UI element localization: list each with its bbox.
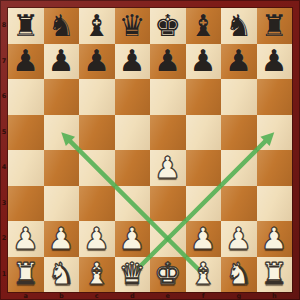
square-b4[interactable] (44, 150, 80, 186)
piece-white-pawn-e4[interactable]: ♟ (154, 153, 181, 183)
square-d6[interactable] (115, 79, 151, 115)
square-e3[interactable] (150, 186, 186, 222)
piece-black-bishop-c8[interactable]: ♝ (83, 11, 110, 41)
square-d3[interactable] (115, 186, 151, 222)
square-a7[interactable]: ♟ (8, 44, 44, 80)
square-c2[interactable]: ♟ (79, 221, 115, 257)
piece-black-knight-g8[interactable]: ♞ (225, 11, 252, 41)
rank-label: 6 (0, 79, 8, 115)
file-label: c (79, 292, 115, 300)
square-f2[interactable]: ♟ (186, 221, 222, 257)
piece-black-rook-h8[interactable]: ♜ (261, 11, 288, 41)
piece-black-pawn-c7[interactable]: ♟ (83, 46, 110, 76)
square-e5[interactable] (150, 115, 186, 151)
piece-white-bishop-c1[interactable]: ♝ (83, 259, 110, 289)
square-g8[interactable]: ♞ (221, 8, 257, 44)
square-g5[interactable] (221, 115, 257, 151)
square-g3[interactable] (221, 186, 257, 222)
square-g2[interactable]: ♟ (221, 221, 257, 257)
rank-label: 1 (0, 257, 8, 293)
square-d2[interactable]: ♟ (115, 221, 151, 257)
square-c4[interactable] (79, 150, 115, 186)
piece-white-knight-g1[interactable]: ♞ (225, 259, 252, 289)
square-h7[interactable]: ♟ (257, 44, 293, 80)
piece-white-pawn-d2[interactable]: ♟ (119, 224, 146, 254)
piece-black-rook-a8[interactable]: ♜ (12, 11, 39, 41)
piece-black-pawn-f7[interactable]: ♟ (190, 46, 217, 76)
file-label: d (115, 292, 151, 300)
piece-black-queen-d8[interactable]: ♛ (119, 11, 146, 41)
piece-white-pawn-b2[interactable]: ♟ (48, 224, 75, 254)
piece-white-rook-a1[interactable]: ♜ (12, 259, 39, 289)
square-a4[interactable] (8, 150, 44, 186)
square-a3[interactable] (8, 186, 44, 222)
rank-label: 4 (0, 150, 8, 186)
square-a8[interactable]: ♜ (8, 8, 44, 44)
square-c6[interactable] (79, 79, 115, 115)
square-h4[interactable] (257, 150, 293, 186)
square-g7[interactable]: ♟ (221, 44, 257, 80)
piece-white-pawn-h2[interactable]: ♟ (261, 224, 288, 254)
square-a5[interactable] (8, 115, 44, 151)
square-c1[interactable]: ♝ (79, 257, 115, 293)
square-f1[interactable]: ♝ (186, 257, 222, 293)
square-b2[interactable]: ♟ (44, 221, 80, 257)
square-g4[interactable] (221, 150, 257, 186)
square-a2[interactable]: ♟ (8, 221, 44, 257)
piece-white-pawn-g2[interactable]: ♟ (225, 224, 252, 254)
file-label: h (257, 292, 293, 300)
square-a1[interactable]: ♜ (8, 257, 44, 293)
chess-board-frame: ♜♞♝♛♚♝♞♜♟♟♟♟♟♟♟♟♟♟♟♟♟♟♟♟♜♞♝♛♚♝♞♜ 8765432… (0, 0, 300, 300)
piece-white-pawn-a2[interactable]: ♟ (12, 224, 39, 254)
piece-white-queen-d1[interactable]: ♛ (119, 259, 146, 289)
square-a6[interactable] (8, 79, 44, 115)
rank-label: 2 (0, 221, 8, 257)
square-b6[interactable] (44, 79, 80, 115)
square-c5[interactable] (79, 115, 115, 151)
square-h3[interactable] (257, 186, 293, 222)
square-f7[interactable]: ♟ (186, 44, 222, 80)
square-d1[interactable]: ♛ (115, 257, 151, 293)
piece-white-king-e1[interactable]: ♚ (154, 259, 181, 289)
square-e4[interactable]: ♟ (150, 150, 186, 186)
square-b8[interactable]: ♞ (44, 8, 80, 44)
square-f3[interactable] (186, 186, 222, 222)
piece-white-pawn-c2[interactable]: ♟ (83, 224, 110, 254)
piece-black-pawn-d7[interactable]: ♟ (119, 46, 146, 76)
square-d8[interactable]: ♛ (115, 8, 151, 44)
square-b5[interactable] (44, 115, 80, 151)
rank-label: 8 (0, 8, 8, 44)
square-f8[interactable]: ♝ (186, 8, 222, 44)
piece-black-king-e8[interactable]: ♚ (154, 11, 181, 41)
piece-white-bishop-f1[interactable]: ♝ (190, 259, 217, 289)
file-label: e (150, 292, 186, 300)
square-f6[interactable] (186, 79, 222, 115)
piece-black-pawn-e7[interactable]: ♟ (154, 46, 181, 76)
piece-black-knight-b8[interactable]: ♞ (48, 11, 75, 41)
square-d5[interactable] (115, 115, 151, 151)
file-label: g (221, 292, 257, 300)
square-d7[interactable]: ♟ (115, 44, 151, 80)
piece-black-pawn-h7[interactable]: ♟ (261, 46, 288, 76)
square-h6[interactable] (257, 79, 293, 115)
square-e2[interactable] (150, 221, 186, 257)
square-f5[interactable] (186, 115, 222, 151)
rank-label: 5 (0, 115, 8, 151)
piece-black-pawn-a7[interactable]: ♟ (12, 46, 39, 76)
square-h5[interactable] (257, 115, 293, 151)
square-e8[interactable]: ♚ (150, 8, 186, 44)
piece-black-pawn-b7[interactable]: ♟ (48, 46, 75, 76)
square-e1[interactable]: ♚ (150, 257, 186, 293)
square-h8[interactable]: ♜ (257, 8, 293, 44)
piece-black-bishop-f8[interactable]: ♝ (190, 11, 217, 41)
square-f4[interactable] (186, 150, 222, 186)
square-d4[interactable] (115, 150, 151, 186)
piece-white-knight-b1[interactable]: ♞ (48, 259, 75, 289)
square-g6[interactable] (221, 79, 257, 115)
square-g1[interactable]: ♞ (221, 257, 257, 293)
square-b1[interactable]: ♞ (44, 257, 80, 293)
square-c7[interactable]: ♟ (79, 44, 115, 80)
square-b3[interactable] (44, 186, 80, 222)
file-label: f (186, 292, 222, 300)
piece-white-pawn-f2[interactable]: ♟ (190, 224, 217, 254)
rank-label: 7 (0, 44, 8, 80)
chess-board: ♜♞♝♛♚♝♞♜♟♟♟♟♟♟♟♟♟♟♟♟♟♟♟♟♜♞♝♛♚♝♞♜ (8, 8, 292, 292)
square-e6[interactable] (150, 79, 186, 115)
square-c8[interactable]: ♝ (79, 8, 115, 44)
file-label: b (44, 292, 80, 300)
piece-white-rook-h1[interactable]: ♜ (261, 259, 288, 289)
square-h1[interactable]: ♜ (257, 257, 293, 293)
square-e7[interactable]: ♟ (150, 44, 186, 80)
square-h2[interactable]: ♟ (257, 221, 293, 257)
square-b7[interactable]: ♟ (44, 44, 80, 80)
piece-black-pawn-g7[interactable]: ♟ (225, 46, 252, 76)
file-label: a (8, 292, 44, 300)
rank-label: 3 (0, 186, 8, 222)
square-c3[interactable] (79, 186, 115, 222)
